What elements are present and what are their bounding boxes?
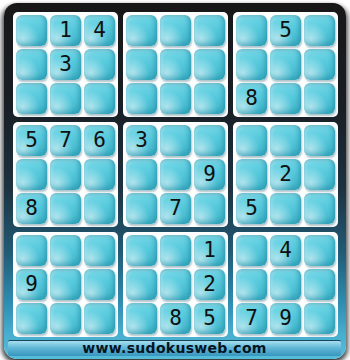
sudoku-box: 25: [233, 122, 338, 227]
sudoku-cell-empty[interactable]: [16, 235, 47, 266]
sudoku-cell-given[interactable]: 7: [50, 125, 81, 156]
sudoku-cell-given[interactable]: 1: [194, 235, 225, 266]
sudoku-cell-empty[interactable]: [84, 159, 115, 190]
sudoku-cell-empty[interactable]: [126, 193, 157, 224]
sudoku-cell-empty[interactable]: [126, 49, 157, 80]
sudoku-cell-empty[interactable]: [236, 15, 267, 46]
sudoku-cell-empty[interactable]: [50, 83, 81, 114]
sudoku-cell-empty[interactable]: [160, 269, 191, 300]
sudoku-cell-empty[interactable]: [16, 83, 47, 114]
sudoku-cell-empty[interactable]: [16, 303, 47, 334]
sudoku-box: 5768: [13, 122, 118, 227]
sudoku-cell-empty[interactable]: [194, 83, 225, 114]
sudoku-cell-empty[interactable]: [126, 15, 157, 46]
sudoku-cell-empty[interactable]: [160, 49, 191, 80]
sudoku-box: 9: [13, 232, 118, 337]
sudoku-cell-empty[interactable]: [160, 235, 191, 266]
sudoku-cell-empty[interactable]: [16, 15, 47, 46]
sudoku-cell-empty[interactable]: [194, 15, 225, 46]
sudoku-cell-empty[interactable]: [50, 235, 81, 266]
sudoku-cell-empty[interactable]: [194, 193, 225, 224]
sudoku-cell-empty[interactable]: [304, 159, 335, 190]
sudoku-cell-given[interactable]: 2: [194, 269, 225, 300]
sudoku-box: 58: [233, 12, 338, 117]
sudoku-cell-empty[interactable]: [84, 269, 115, 300]
sudoku-cell-empty[interactable]: [84, 303, 115, 334]
sudoku-cell-empty[interactable]: [304, 235, 335, 266]
sudoku-cell-empty[interactable]: [304, 49, 335, 80]
site-url[interactable]: www.sudokusweb.com: [82, 340, 266, 356]
sudoku-cell-given[interactable]: 5: [16, 125, 47, 156]
sudoku-cell-empty[interactable]: [160, 83, 191, 114]
sudoku-cell-empty[interactable]: [50, 159, 81, 190]
sudoku-board: 1435857683972591285479 www.sudokusweb.co…: [4, 3, 346, 359]
sudoku-cell-empty[interactable]: [50, 303, 81, 334]
sudoku-cell-given[interactable]: 5: [236, 193, 267, 224]
sudoku-cell-empty[interactable]: [270, 193, 301, 224]
sudoku-cell-empty[interactable]: [84, 49, 115, 80]
sudoku-cell-empty[interactable]: [84, 235, 115, 266]
sudoku-box: 1285: [123, 232, 228, 337]
sudoku-cell-empty[interactable]: [16, 159, 47, 190]
sudoku-cell-given[interactable]: 3: [126, 125, 157, 156]
board-grid: 1435857683972591285479: [13, 12, 338, 337]
sudoku-cell-empty[interactable]: [304, 193, 335, 224]
sudoku-cell-given[interactable]: 8: [160, 303, 191, 334]
sudoku-cell-empty[interactable]: [126, 303, 157, 334]
sudoku-cell-empty[interactable]: [270, 83, 301, 114]
sudoku-cell-empty[interactable]: [194, 49, 225, 80]
sudoku-box: 397: [123, 122, 228, 227]
sudoku-cell-given[interactable]: 2: [270, 159, 301, 190]
sudoku-cell-empty[interactable]: [160, 125, 191, 156]
sudoku-cell-given[interactable]: 4: [84, 15, 115, 46]
sudoku-cell-empty[interactable]: [270, 49, 301, 80]
sudoku-cell-given[interactable]: 8: [236, 83, 267, 114]
sudoku-cell-empty[interactable]: [126, 235, 157, 266]
sudoku-cell-given[interactable]: 1: [50, 15, 81, 46]
sudoku-cell-given[interactable]: 5: [194, 303, 225, 334]
sudoku-cell-given[interactable]: 6: [84, 125, 115, 156]
sudoku-cell-empty[interactable]: [304, 303, 335, 334]
sudoku-box: 143: [13, 12, 118, 117]
sudoku-cell-empty[interactable]: [126, 269, 157, 300]
sudoku-cell-empty[interactable]: [84, 193, 115, 224]
sudoku-cell-given[interactable]: 7: [236, 303, 267, 334]
sudoku-cell-empty[interactable]: [304, 83, 335, 114]
sudoku-cell-empty[interactable]: [160, 15, 191, 46]
sudoku-cell-empty[interactable]: [126, 159, 157, 190]
sudoku-cell-empty[interactable]: [50, 269, 81, 300]
sudoku-cell-empty[interactable]: [16, 49, 47, 80]
sudoku-cell-given[interactable]: 4: [270, 235, 301, 266]
sudoku-cell-empty[interactable]: [236, 235, 267, 266]
sudoku-cell-given[interactable]: 7: [160, 193, 191, 224]
sudoku-cell-empty[interactable]: [236, 49, 267, 80]
footer-bar: www.sudokusweb.com: [8, 340, 341, 356]
sudoku-cell-empty[interactable]: [304, 269, 335, 300]
sudoku-cell-given[interactable]: 5: [270, 15, 301, 46]
sudoku-cell-empty[interactable]: [50, 193, 81, 224]
sudoku-cell-empty[interactable]: [304, 125, 335, 156]
sudoku-cell-given[interactable]: 9: [194, 159, 225, 190]
sudoku-cell-given[interactable]: 3: [50, 49, 81, 80]
sudoku-cell-empty[interactable]: [236, 269, 267, 300]
sudoku-cell-empty[interactable]: [304, 15, 335, 46]
sudoku-box: [123, 12, 228, 117]
sudoku-box: 479: [233, 232, 338, 337]
sudoku-cell-empty[interactable]: [160, 159, 191, 190]
sudoku-cell-empty[interactable]: [236, 159, 267, 190]
sudoku-cell-empty[interactable]: [84, 83, 115, 114]
sudoku-cell-given[interactable]: 8: [16, 193, 47, 224]
sudoku-cell-empty[interactable]: [194, 125, 225, 156]
sudoku-cell-empty[interactable]: [270, 125, 301, 156]
sudoku-cell-empty[interactable]: [270, 269, 301, 300]
sudoku-cell-empty[interactable]: [126, 83, 157, 114]
sudoku-cell-empty[interactable]: [236, 125, 267, 156]
sudoku-cell-given[interactable]: 9: [270, 303, 301, 334]
sudoku-cell-given[interactable]: 9: [16, 269, 47, 300]
